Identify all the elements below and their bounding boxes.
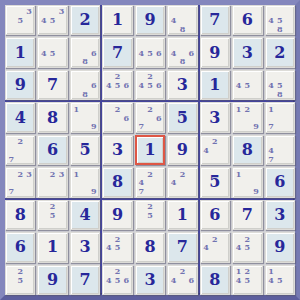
pencil-mark-pos-7 <box>169 57 178 66</box>
solved-digit: 3 <box>80 239 91 255</box>
cell-r3c7[interactable]: 1 <box>200 70 230 100</box>
pencil-mark-pos-9 <box>122 284 131 293</box>
cell-r7c4[interactable]: 9 <box>102 200 132 230</box>
cell-r7c7[interactable]: 6 <box>200 200 230 230</box>
cell-r6c4[interactable]: 8 <box>102 167 132 197</box>
pencil-mark-pos-7 <box>104 284 113 293</box>
pencil-mark-pos-6: 6 <box>154 113 163 122</box>
pencil-marks: 35 <box>7 7 33 33</box>
pencil-mark-pos-8 <box>243 187 252 196</box>
cell-r9c3[interactable]: 7 <box>70 265 100 295</box>
cell-r5c6[interactable]: 9 <box>167 135 197 165</box>
pencil-mark-pos-7 <box>72 187 81 196</box>
pencil-mark-pos-6: 6 <box>90 48 99 57</box>
cell-r5c4[interactable]: 3 <box>102 135 132 165</box>
cell-r2c6[interactable]: 468 <box>167 37 197 67</box>
cell-r4c8[interactable]: 129 <box>232 102 262 132</box>
cell-r8c3[interactable]: 3 <box>70 232 100 262</box>
given-digit: 2 <box>80 12 91 28</box>
pencil-marks: 26 <box>104 104 130 130</box>
pencil-mark-pos-3 <box>219 137 228 146</box>
pencil-mark-pos-5: 5 <box>113 275 122 284</box>
pencil-mark-pos-3 <box>122 234 131 243</box>
cell-r1c6[interactable]: 48 <box>167 5 197 35</box>
pencil-mark-pos-9: 9 <box>90 122 99 131</box>
cell-r8c2[interactable]: 1 <box>37 232 67 262</box>
pencil-mark-pos-8 <box>48 57 57 66</box>
pencil-mark-pos-2: 2 <box>16 169 25 178</box>
pencil-mark-pos-4: 4 <box>137 48 146 57</box>
cell-r8c1[interactable]: 6 <box>5 232 35 262</box>
solved-digit: 1 <box>47 239 58 255</box>
pencil-mark-pos-3: 3 <box>25 169 34 178</box>
given-digit: 3 <box>144 272 155 288</box>
cell-r7c8[interactable]: 7 <box>232 200 262 230</box>
pencil-mark-pos-3 <box>154 104 163 113</box>
cell-r4c3[interactable]: 19 <box>70 102 100 132</box>
pencil-mark-pos-6 <box>252 275 261 284</box>
cell-r6c8[interactable]: 19 <box>232 167 262 197</box>
pencil-mark-pos-8 <box>275 122 284 131</box>
pencil-mark-pos-7: 7 <box>137 122 146 131</box>
pencil-mark-pos-6: 6 <box>154 48 163 57</box>
cell-r4c1[interactable]: 4 <box>5 102 35 132</box>
pencil-mark-pos-9 <box>57 187 66 196</box>
pencil-mark-pos-6 <box>284 146 293 155</box>
given-digit: 1 <box>209 77 220 93</box>
solved-digit: 3 <box>112 142 123 158</box>
cell-r1c8[interactable]: 6 <box>232 5 262 35</box>
pencil-mark-pos-8 <box>113 284 122 293</box>
pencil-mark-pos-1: 1 <box>234 169 243 178</box>
pencil-mark-pos-4: 4 <box>104 243 113 252</box>
pencil-mark-pos-9: 9 <box>252 122 261 131</box>
pencil-mark-pos-7 <box>234 187 243 196</box>
solved-digit: 9 <box>177 142 188 158</box>
pencil-mark-pos-7 <box>72 122 81 131</box>
cell-r9c6[interactable]: 246 <box>167 265 197 295</box>
pencil-marks: 24 <box>169 169 195 195</box>
pencil-marks: 25 <box>7 267 33 293</box>
pencil-mark-pos-6: 6 <box>122 81 131 90</box>
pencil-mark-pos-1 <box>72 39 81 48</box>
pencil-mark-pos-3 <box>252 169 261 178</box>
cell-r4c2[interactable]: 8 <box>37 102 67 132</box>
pencil-mark-pos-9 <box>154 219 163 228</box>
cell-r1c1[interactable]: 35 <box>5 5 35 35</box>
pencil-mark-pos-3 <box>284 267 293 276</box>
pencil-mark-pos-1 <box>7 7 16 16</box>
given-digit: 1 <box>15 45 26 61</box>
solved-digit: 9 <box>112 207 123 223</box>
pencil-mark-pos-4 <box>72 178 81 187</box>
sudoku-board: 3534521456897681948745646824562456376458… <box>0 0 300 300</box>
pencil-mark-pos-2: 2 <box>146 169 155 178</box>
cell-r2c9[interactable]: 2 <box>265 37 295 67</box>
cell-r1c2[interactable]: 345 <box>37 5 67 35</box>
pencil-mark-pos-5 <box>210 146 219 155</box>
given-digit: 4 <box>80 207 91 223</box>
box-1-2: 19487456468245624563 <box>102 5 197 100</box>
pencil-mark-pos-5: 5 <box>48 48 57 57</box>
pencil-mark-pos-5 <box>113 113 122 122</box>
cell-r8c5[interactable]: 8 <box>135 232 165 262</box>
cell-r9c9[interactable]: 145 <box>265 265 295 295</box>
pencil-mark-pos-4 <box>39 210 48 219</box>
cell-r6c6[interactable]: 24 <box>167 167 197 197</box>
cell-r3c4[interactable]: 2456 <box>102 70 132 100</box>
pencil-mark-pos-5 <box>81 113 90 122</box>
pencil-mark-pos-9 <box>57 25 66 34</box>
pencil-mark-pos-2 <box>275 137 284 146</box>
cell-r2c2[interactable]: 45 <box>37 37 67 67</box>
pencil-mark-pos-6: 6 <box>154 81 163 90</box>
pencil-marks: 19 <box>234 169 260 195</box>
cell-r9c7[interactable]: 8 <box>200 265 230 295</box>
pencil-mark-pos-8 <box>146 57 155 66</box>
solved-digit: 1 <box>177 207 188 223</box>
pencil-mark-pos-8 <box>113 252 122 261</box>
pencil-mark-pos-9 <box>187 57 196 66</box>
pencil-mark-pos-3 <box>57 39 66 48</box>
pencil-mark-pos-8 <box>16 284 25 293</box>
pencil-marks: 25 <box>137 202 163 228</box>
pencil-mark-pos-7 <box>72 57 81 66</box>
pencil-mark-pos-6 <box>252 243 261 252</box>
pencil-mark-pos-6 <box>57 16 66 25</box>
pencil-marks: 27 <box>7 137 33 163</box>
cell-r6c3[interactable]: 19 <box>70 167 100 197</box>
pencil-mark-pos-3 <box>122 104 131 113</box>
cell-r6c1[interactable]: 237 <box>5 167 35 197</box>
box-1-3: 76458932145458 <box>200 5 295 100</box>
cell-r4c4[interactable]: 26 <box>102 102 132 132</box>
cell-r2c7[interactable]: 9 <box>200 37 230 67</box>
pencil-marks: 458 <box>267 7 293 33</box>
given-digit: 7 <box>80 272 91 288</box>
pencil-marks: 267 <box>137 104 163 130</box>
pencil-mark-pos-2: 2 <box>178 169 187 178</box>
cell-r3c2[interactable]: 7 <box>37 70 67 100</box>
given-digit: 4 <box>15 110 26 126</box>
pencil-mark-pos-6 <box>187 178 196 187</box>
pencil-mark-pos-5: 5 <box>16 275 25 284</box>
cell-r1c5[interactable]: 9 <box>135 5 165 35</box>
cell-r7c5[interactable]: 25 <box>135 200 165 230</box>
pencil-mark-pos-8 <box>16 154 25 163</box>
pencil-mark-pos-7 <box>234 122 243 131</box>
given-digit: 7 <box>177 239 188 255</box>
cell-r6c5[interactable]: 247 <box>135 167 165 197</box>
cell-r7c6[interactable]: 1 <box>167 200 197 230</box>
pencil-mark-pos-7 <box>104 252 113 261</box>
pencil-mark-pos-7 <box>169 284 178 293</box>
pencil-mark-pos-1: 1 <box>267 104 276 113</box>
pencil-marks: 25 <box>39 202 65 228</box>
pencil-mark-pos-8 <box>146 187 155 196</box>
cell-r8c4[interactable]: 245 <box>102 232 132 262</box>
cell-r1c4[interactable]: 1 <box>102 5 132 35</box>
given-digit: 3 <box>274 207 285 223</box>
given-digit: 7 <box>112 45 123 61</box>
pencil-mark-pos-9 <box>187 25 196 34</box>
pencil-mark-pos-1: 1 <box>72 104 81 113</box>
pencil-mark-pos-3 <box>252 267 261 276</box>
pencil-mark-pos-9 <box>187 187 196 196</box>
pencil-marks: 145 <box>267 267 293 293</box>
pencil-mark-pos-3: 3 <box>57 7 66 16</box>
pencil-mark-pos-6 <box>25 16 34 25</box>
cell-r5c2[interactable]: 6 <box>37 135 67 165</box>
pencil-mark-pos-9 <box>187 284 196 293</box>
cell-r7c9[interactable]: 3 <box>265 200 295 230</box>
pencil-mark-pos-1 <box>169 39 178 48</box>
pencil-mark-pos-4: 4 <box>267 275 276 284</box>
box-2-2: 262675319824724 <box>102 102 197 197</box>
pencil-mark-pos-4: 4 <box>169 275 178 284</box>
pencil-mark-pos-4: 4 <box>267 16 276 25</box>
pencil-mark-pos-8 <box>16 187 25 196</box>
cell-r4c5[interactable]: 267 <box>135 102 165 132</box>
pencil-mark-pos-9 <box>252 252 261 261</box>
box-3-2: 92512458724563246 <box>102 200 197 295</box>
pencil-mark-pos-1 <box>104 104 113 113</box>
pencil-mark-pos-8: 8 <box>81 90 90 99</box>
pencil-mark-pos-2: 2 <box>178 267 187 276</box>
pencil-mark-pos-7 <box>267 25 276 34</box>
pencil-mark-pos-2 <box>81 104 90 113</box>
pencil-mark-pos-4 <box>72 113 81 122</box>
pencil-mark-pos-6 <box>187 16 196 25</box>
pencil-mark-pos-5: 5 <box>113 243 122 252</box>
pencil-marks: 2456 <box>104 72 130 98</box>
cell-r5c9[interactable]: 47 <box>265 135 295 165</box>
cell-r5c1[interactable]: 27 <box>5 135 35 165</box>
pencil-mark-pos-3 <box>25 267 34 276</box>
pencil-mark-pos-8 <box>113 122 122 131</box>
pencil-mark-pos-2: 2 <box>113 104 122 113</box>
pencil-mark-pos-7 <box>234 252 243 261</box>
pencil-mark-pos-3 <box>252 234 261 243</box>
cell-r2c1[interactable]: 1 <box>5 37 35 67</box>
pencil-mark-pos-1 <box>137 104 146 113</box>
pencil-mark-pos-8 <box>178 187 187 196</box>
pencil-mark-pos-7 <box>72 90 81 99</box>
pencil-mark-pos-3 <box>90 169 99 178</box>
pencil-mark-pos-6 <box>284 275 293 284</box>
pencil-mark-pos-6 <box>284 81 293 90</box>
cell-r1c3[interactable]: 2 <box>70 5 100 35</box>
pencil-mark-pos-4 <box>39 178 48 187</box>
pencil-marks: 2456 <box>104 267 130 293</box>
pencil-mark-pos-3: 3 <box>25 7 34 16</box>
pencil-mark-pos-7 <box>7 25 16 34</box>
pencil-mark-pos-7 <box>39 25 48 34</box>
pencil-mark-pos-5 <box>243 113 252 122</box>
pencil-mark-pos-9 <box>154 122 163 131</box>
pencil-mark-pos-4: 4 <box>202 146 211 155</box>
cell-r9c8[interactable]: 1245 <box>232 265 262 295</box>
cell-r3c3[interactable]: 68 <box>70 70 100 100</box>
pencil-mark-pos-7: 7 <box>7 187 16 196</box>
pencil-mark-pos-4: 4 <box>137 81 146 90</box>
pencil-mark-pos-5: 5 <box>243 243 252 252</box>
pencil-mark-pos-5 <box>48 178 57 187</box>
pencil-mark-pos-5: 5 <box>113 81 122 90</box>
pencil-mark-pos-7 <box>267 90 276 99</box>
cell-r4c7[interactable]: 3 <box>200 102 230 132</box>
cell-r5c3[interactable]: 5 <box>70 135 100 165</box>
cell-r2c3[interactable]: 68 <box>70 37 100 67</box>
cell-r1c9[interactable]: 458 <box>265 5 295 35</box>
pencil-mark-pos-6: 6 <box>90 81 99 90</box>
cell-r8c9[interactable]: 9 <box>265 232 295 262</box>
pencil-mark-pos-5 <box>243 178 252 187</box>
pencil-mark-pos-2 <box>48 39 57 48</box>
cell-r9c1[interactable]: 25 <box>5 265 35 295</box>
pencil-mark-pos-4: 4 <box>202 243 211 252</box>
pencil-marks: 17 <box>267 104 293 130</box>
cell-r3c9[interactable]: 458 <box>265 70 295 100</box>
pencil-mark-pos-9 <box>284 284 293 293</box>
solved-digit: 9 <box>209 45 220 61</box>
cell-r4c6[interactable]: 5 <box>167 102 197 132</box>
pencil-marks: 45 <box>234 72 260 98</box>
cell-r6c2[interactable]: 23 <box>37 167 67 197</box>
pencil-mark-pos-4: 4 <box>234 81 243 90</box>
pencil-mark-pos-9 <box>25 187 34 196</box>
pencil-mark-pos-3 <box>187 39 196 48</box>
pencil-mark-pos-9 <box>57 57 66 66</box>
pencil-mark-pos-4: 4 <box>169 178 178 187</box>
cell-r9c5[interactable]: 3 <box>135 265 165 295</box>
pencil-marks: 24 <box>202 234 228 260</box>
pencil-mark-pos-7 <box>137 219 146 228</box>
pencil-mark-pos-5 <box>178 178 187 187</box>
cell-r7c3[interactable]: 4 <box>70 200 100 230</box>
pencil-mark-pos-3 <box>284 137 293 146</box>
pencil-mark-pos-4 <box>104 113 113 122</box>
pencil-mark-pos-5: 5 <box>48 210 57 219</box>
pencil-marks: 129 <box>234 104 260 130</box>
pencil-mark-pos-6 <box>25 275 34 284</box>
pencil-marks: 1245 <box>234 267 260 293</box>
pencil-marks: 68 <box>72 39 98 65</box>
pencil-mark-pos-6 <box>57 210 66 219</box>
pencil-mark-pos-3: 3 <box>57 169 66 178</box>
pencil-mark-pos-5: 5 <box>243 81 252 90</box>
pencil-mark-pos-7 <box>39 187 48 196</box>
pencil-mark-pos-9 <box>154 57 163 66</box>
cell-r9c2[interactable]: 9 <box>37 265 67 295</box>
pencil-mark-pos-7 <box>137 57 146 66</box>
pencil-marks: 458 <box>267 72 293 98</box>
pencil-mark-pos-5 <box>16 178 25 187</box>
cell-r6c9[interactable]: 6 <box>265 167 295 197</box>
cell-r5c5[interactable]: 1 <box>135 135 165 165</box>
cell-r2c4[interactable]: 7 <box>102 37 132 67</box>
pencil-marks: 456 <box>137 39 163 65</box>
pencil-marks: 247 <box>137 169 163 195</box>
pencil-mark-pos-7 <box>137 90 146 99</box>
pencil-mark-pos-7 <box>202 154 211 163</box>
pencil-mark-pos-8: 8 <box>178 57 187 66</box>
pencil-mark-pos-1 <box>7 267 16 276</box>
cell-r8c7[interactable]: 24 <box>200 232 230 262</box>
pencil-mark-pos-8 <box>210 252 219 261</box>
cell-r2c8[interactable]: 3 <box>232 37 262 67</box>
pencil-mark-pos-3 <box>154 169 163 178</box>
pencil-mark-pos-6 <box>284 16 293 25</box>
pencil-mark-pos-1 <box>39 202 48 211</box>
cell-r3c6[interactable]: 3 <box>167 70 197 100</box>
pencil-mark-pos-5 <box>275 113 284 122</box>
cell-r3c5[interactable]: 2456 <box>135 70 165 100</box>
pencil-mark-pos-8: 8 <box>81 57 90 66</box>
pencil-mark-pos-9 <box>25 284 34 293</box>
pencil-mark-pos-4: 4 <box>104 275 113 284</box>
pencil-mark-pos-6 <box>122 243 131 252</box>
pencil-mark-pos-1 <box>7 169 16 178</box>
pencil-marks: 237 <box>7 169 33 195</box>
cell-r3c8[interactable]: 45 <box>232 70 262 100</box>
cell-r8c8[interactable]: 245 <box>232 232 262 262</box>
pencil-mark-pos-8 <box>210 154 219 163</box>
pencil-mark-pos-6 <box>25 178 34 187</box>
pencil-mark-pos-9 <box>122 90 131 99</box>
pencil-mark-pos-7 <box>202 252 211 261</box>
pencil-mark-pos-8: 8 <box>275 90 284 99</box>
cell-r8c6[interactable]: 7 <box>167 232 197 262</box>
pencil-mark-pos-6 <box>57 48 66 57</box>
pencil-mark-pos-2: 2 <box>243 104 252 113</box>
pencil-mark-pos-3 <box>284 72 293 81</box>
box-3-3: 67324245981245145 <box>200 200 295 295</box>
cell-r7c2[interactable]: 25 <box>37 200 67 230</box>
cell-r5c7[interactable]: 24 <box>200 135 230 165</box>
pencil-mark-pos-8 <box>48 187 57 196</box>
cell-r2c5[interactable]: 456 <box>135 37 165 67</box>
pencil-mark-pos-9: 9 <box>90 187 99 196</box>
pencil-mark-pos-4 <box>137 210 146 219</box>
given-digit: 9 <box>47 272 58 288</box>
pencil-mark-pos-3 <box>90 39 99 48</box>
given-digit: 9 <box>274 239 285 255</box>
cell-r5c8[interactable]: 8 <box>232 135 262 165</box>
cell-r4c9[interactable]: 17 <box>265 102 295 132</box>
solved-digit: 5 <box>80 142 91 158</box>
pencil-mark-pos-6: 6 <box>187 48 196 57</box>
solved-digit: 7 <box>47 77 58 93</box>
cell-r3c1[interactable]: 9 <box>5 70 35 100</box>
pencil-mark-pos-3 <box>187 7 196 16</box>
cell-r9c4[interactable]: 2456 <box>102 265 132 295</box>
solved-digit: 8 <box>47 110 58 126</box>
cell-r7c1[interactable]: 8 <box>5 200 35 230</box>
pencil-marks: 245 <box>104 234 130 260</box>
pencil-marks: 24 <box>202 137 228 163</box>
pencil-mark-pos-4 <box>234 178 243 187</box>
pencil-mark-pos-9 <box>284 122 293 131</box>
pencil-mark-pos-1 <box>72 72 81 81</box>
cell-r6c7[interactable]: 5 <box>200 167 230 197</box>
cell-r1c7[interactable]: 7 <box>200 5 230 35</box>
pencil-mark-pos-1 <box>39 169 48 178</box>
pencil-mark-pos-9 <box>284 90 293 99</box>
given-digit: 2 <box>274 45 285 61</box>
box-3-1: 82546132597 <box>5 200 100 295</box>
pencil-mark-pos-7 <box>104 122 113 131</box>
